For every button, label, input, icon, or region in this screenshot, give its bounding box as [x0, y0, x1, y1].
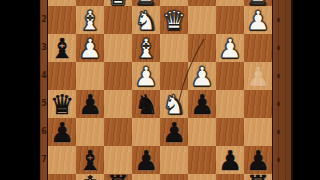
piece-black-pawn-e7[interactable]: ♟	[132, 146, 160, 174]
square-c3[interactable]	[188, 34, 216, 62]
square-a6[interactable]	[244, 118, 272, 146]
piece-black-pawn-b7[interactable]: ♟	[216, 146, 244, 174]
frame-notch-4	[277, 74, 280, 78]
square-c8[interactable]	[188, 174, 216, 180]
piece-white-knight-e2[interactable]: ♞	[132, 6, 160, 34]
chess-screenshot-stage: ♚♜♜♝♞♛♟♟♟♝♟♟♞♝♛♟♞♟♟♟♝♟♟♟♚♜♜♟ 12345678	[0, 0, 320, 180]
rank-label-6: 6	[40, 127, 48, 136]
square-a3[interactable]	[244, 34, 272, 62]
ghost-white-pawn-a4: ♟	[244, 62, 272, 90]
piece-white-queen-d2[interactable]: ♛	[160, 6, 188, 34]
square-a5[interactable]	[244, 90, 272, 118]
piece-white-bishop-g2[interactable]: ♝	[76, 6, 104, 34]
square-b6[interactable]	[216, 118, 244, 146]
rank-label-4: 4	[40, 71, 48, 80]
piece-black-king-g8[interactable]: ♚	[76, 171, 104, 180]
rank-label-7: 7	[40, 155, 48, 164]
chess-board[interactable]: ♚♜♜♝♞♛♟♟♟♝♟♟♞♝♛♟♞♟♟♟♝♟♟♟♚♜♜♟	[48, 0, 272, 180]
square-h4[interactable]	[48, 62, 76, 90]
piece-white-pawn-a2[interactable]: ♟	[244, 6, 272, 34]
piece-black-queen-h5[interactable]: ♛	[48, 90, 76, 118]
piece-white-pawn-b3[interactable]: ♟	[216, 34, 244, 62]
square-f5[interactable]	[104, 90, 132, 118]
square-d8[interactable]	[160, 174, 188, 180]
piece-black-bishop-h3[interactable]: ♝	[48, 34, 76, 62]
square-d7[interactable]	[160, 146, 188, 174]
piece-black-pawn-h6[interactable]: ♟	[48, 118, 76, 146]
piece-white-bishop-e3[interactable]: ♝	[132, 34, 160, 62]
square-f4[interactable]	[104, 62, 132, 90]
square-b4[interactable]	[216, 62, 244, 90]
frame-notch-3	[277, 46, 280, 50]
square-c7[interactable]	[188, 146, 216, 174]
square-g6[interactable]	[76, 118, 104, 146]
square-c6[interactable]	[188, 118, 216, 146]
square-f3[interactable]	[104, 34, 132, 62]
rank-label-5: 5	[40, 99, 48, 108]
piece-black-rook-f8[interactable]: ♜	[104, 171, 132, 180]
square-d4[interactable]	[160, 62, 188, 90]
square-h8[interactable]	[48, 174, 76, 180]
square-g4[interactable]	[76, 62, 104, 90]
piece-white-pawn-c4[interactable]: ♟	[188, 62, 216, 90]
rank-label-2: 2	[40, 15, 48, 24]
square-c2[interactable]	[188, 6, 216, 34]
square-d3[interactable]	[160, 34, 188, 62]
piece-black-pawn-d6[interactable]: ♟	[160, 118, 188, 146]
piece-white-pawn-g3[interactable]: ♟	[76, 34, 104, 62]
piece-black-rook-a8[interactable]: ♜	[244, 171, 272, 180]
square-b5[interactable]	[216, 90, 244, 118]
square-h7[interactable]	[48, 146, 76, 174]
square-h2[interactable]	[48, 6, 76, 34]
square-f6[interactable]	[104, 118, 132, 146]
frame-notch-5	[277, 102, 280, 106]
piece-white-pawn-e4[interactable]: ♟	[132, 62, 160, 90]
square-b2[interactable]	[216, 6, 244, 34]
piece-black-pawn-c5[interactable]: ♟	[188, 90, 216, 118]
frame-notch-7	[277, 158, 280, 162]
piece-white-king-f1[interactable]: ♚	[104, 0, 132, 9]
piece-black-pawn-g5[interactable]: ♟	[76, 90, 104, 118]
frame-notch-6	[277, 130, 280, 134]
piece-black-knight-e5[interactable]: ♞	[132, 90, 160, 118]
frame-notch-2	[277, 18, 280, 22]
rank-label-3: 3	[40, 43, 48, 52]
piece-white-knight-d5[interactable]: ♞	[160, 90, 188, 118]
square-e6[interactable]	[132, 118, 160, 146]
